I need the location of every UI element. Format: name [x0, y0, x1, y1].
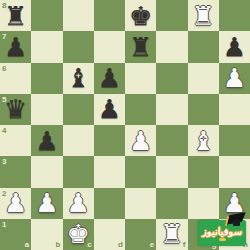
white-pawn[interactable]: ♟ — [125, 125, 156, 156]
graduation-cap-icon — [223, 211, 247, 229]
square-a6[interactable]: 6 — [0, 63, 31, 94]
square-f1[interactable]: f♜ — [156, 219, 187, 250]
square-c2[interactable]: ♟ — [63, 188, 94, 219]
square-f8[interactable] — [156, 0, 187, 31]
black-pawn[interactable]: ♟ — [0, 31, 31, 62]
square-h4[interactable] — [219, 125, 250, 156]
square-c3[interactable] — [63, 156, 94, 187]
square-h3[interactable] — [219, 156, 250, 187]
square-b8[interactable] — [31, 0, 62, 31]
square-f3[interactable] — [156, 156, 187, 187]
rank-label-6: 6 — [2, 65, 6, 73]
square-d8[interactable] — [94, 0, 125, 31]
square-h8[interactable] — [219, 0, 250, 31]
square-d2[interactable] — [94, 188, 125, 219]
rank-label-1: 1 — [2, 221, 6, 229]
white-pawn[interactable]: ♟ — [0, 188, 31, 219]
square-f5[interactable] — [156, 94, 187, 125]
white-pawn[interactable]: ♟ — [63, 188, 94, 219]
square-b2[interactable]: ♟ — [31, 188, 62, 219]
black-pawn[interactable]: ♟ — [94, 94, 125, 125]
square-b4[interactable]: ♟ — [31, 125, 62, 156]
square-g8[interactable]: ♜ — [188, 0, 219, 31]
square-g7[interactable] — [188, 31, 219, 62]
file-label-e: e — [150, 241, 154, 249]
white-pawn[interactable]: ♟ — [219, 63, 250, 94]
file-label-a: a — [25, 241, 29, 249]
square-a1[interactable]: 1a — [0, 219, 31, 250]
square-a7[interactable]: 7♟ — [0, 31, 31, 62]
square-c4[interactable] — [63, 125, 94, 156]
square-e4[interactable]: ♟ — [125, 125, 156, 156]
square-e2[interactable] — [125, 188, 156, 219]
file-label-b: b — [56, 241, 61, 249]
square-e3[interactable] — [125, 156, 156, 187]
black-pawn[interactable]: ♟ — [219, 31, 250, 62]
square-c7[interactable] — [63, 31, 94, 62]
square-b5[interactable] — [31, 94, 62, 125]
white-pawn[interactable]: ♟ — [31, 188, 62, 219]
square-c6[interactable]: ♝ — [63, 63, 94, 94]
square-d3[interactable] — [94, 156, 125, 187]
square-h5[interactable] — [219, 94, 250, 125]
square-c8[interactable] — [63, 0, 94, 31]
black-queen[interactable]: ♛ — [0, 94, 31, 125]
square-e8[interactable]: ♚ — [125, 0, 156, 31]
rank-label-3: 3 — [2, 158, 6, 166]
square-d6[interactable]: ♟ — [94, 63, 125, 94]
square-f4[interactable] — [156, 125, 187, 156]
square-d4[interactable] — [94, 125, 125, 156]
square-a8[interactable]: 8♜ — [0, 0, 31, 31]
square-g3[interactable] — [188, 156, 219, 187]
square-h6[interactable]: ♟ — [219, 63, 250, 94]
file-label-d: d — [118, 241, 123, 249]
square-g6[interactable] — [188, 63, 219, 94]
white-rook[interactable]: ♜ — [188, 0, 219, 31]
square-b1[interactable]: b — [31, 219, 62, 250]
square-g5[interactable] — [188, 94, 219, 125]
square-d1[interactable]: d — [94, 219, 125, 250]
white-bishop[interactable]: ♝ — [188, 125, 219, 156]
square-e6[interactable] — [125, 63, 156, 94]
black-pawn[interactable]: ♟ — [94, 63, 125, 94]
square-c5[interactable] — [63, 94, 94, 125]
watermark-underline — [219, 238, 226, 241]
square-a4[interactable]: 4 — [0, 125, 31, 156]
watermark-logo: سوفيانيوز — [198, 220, 246, 246]
square-b6[interactable] — [31, 63, 62, 94]
white-king[interactable]: ♚ — [63, 219, 94, 250]
square-d7[interactable] — [94, 31, 125, 62]
square-h7[interactable]: ♟ — [219, 31, 250, 62]
black-bishop[interactable]: ♝ — [63, 63, 94, 94]
square-a3[interactable]: 3 — [0, 156, 31, 187]
black-king[interactable]: ♚ — [125, 0, 156, 31]
square-e5[interactable] — [125, 94, 156, 125]
black-pawn[interactable]: ♟ — [31, 125, 62, 156]
cap-base — [233, 220, 240, 226]
square-e7[interactable]: ♜ — [125, 31, 156, 62]
black-rook[interactable]: ♜ — [0, 0, 31, 31]
square-c1[interactable]: c♚ — [63, 219, 94, 250]
chess-app: 8♜♚♜7♟♜♟6♝♟♟5♛♟4♟♟♝32♟♟♟♟1abc♚def♜gh سوف… — [0, 0, 250, 250]
square-e1[interactable]: e — [125, 219, 156, 250]
square-a2[interactable]: 2♟ — [0, 188, 31, 219]
square-d5[interactable]: ♟ — [94, 94, 125, 125]
black-rook[interactable]: ♜ — [125, 31, 156, 62]
square-g4[interactable]: ♝ — [188, 125, 219, 156]
chess-board: 8♜♚♜7♟♜♟6♝♟♟5♛♟4♟♟♝32♟♟♟♟1abc♚def♜gh — [0, 0, 250, 250]
white-rook[interactable]: ♜ — [156, 219, 187, 250]
square-f2[interactable] — [156, 188, 187, 219]
square-f7[interactable] — [156, 31, 187, 62]
square-b3[interactable] — [31, 156, 62, 187]
square-f6[interactable] — [156, 63, 187, 94]
square-g2[interactable] — [188, 188, 219, 219]
rank-label-4: 4 — [2, 127, 6, 135]
square-a5[interactable]: 5♛ — [0, 94, 31, 125]
square-b7[interactable] — [31, 31, 62, 62]
